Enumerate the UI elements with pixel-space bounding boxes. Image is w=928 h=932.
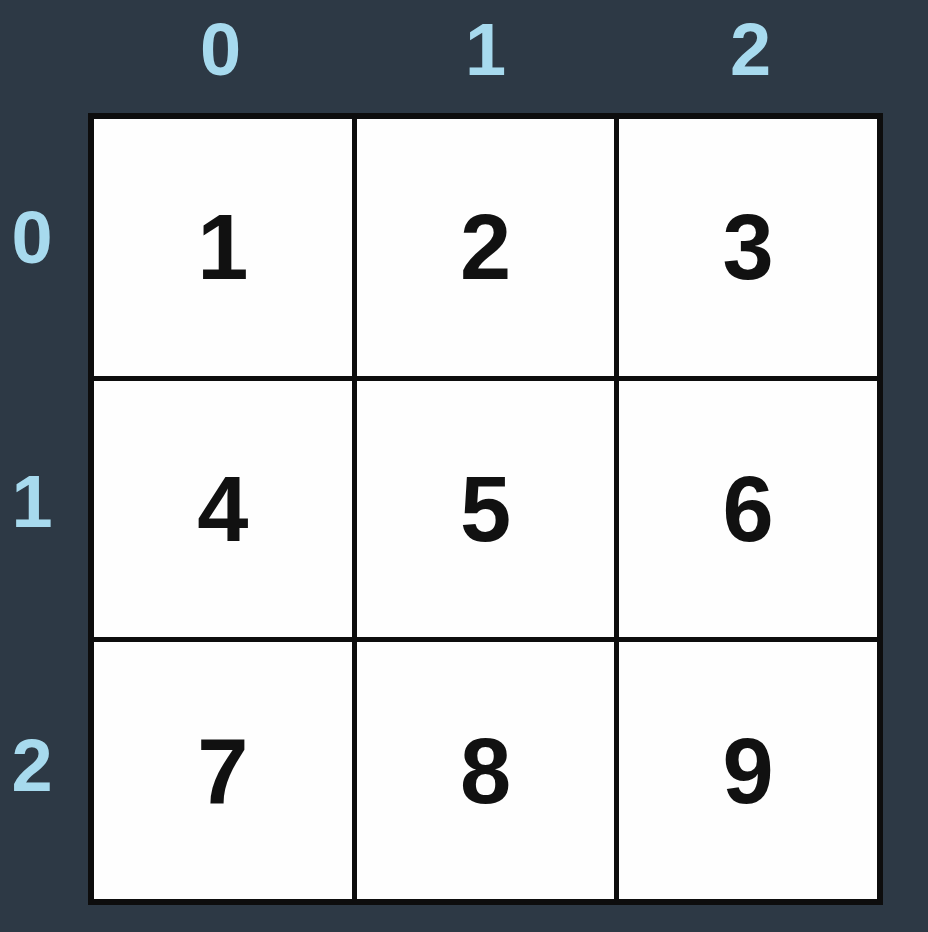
grid-board: 1 2 3 4 5 6 7 8 9 [88, 113, 883, 905]
cell-r1-c2: 6 [619, 381, 877, 638]
cell-r2-c2: 9 [619, 642, 877, 899]
cell-value: 7 [197, 725, 248, 817]
cell-r2-c1: 8 [357, 642, 615, 899]
cell-r0-c2: 3 [619, 119, 877, 376]
cell-value: 1 [197, 201, 248, 293]
cell-value: 3 [723, 201, 774, 293]
page-background: 0 1 2 0 1 2 1 2 3 4 5 6 7 8 9 [0, 0, 928, 932]
cell-value: 9 [723, 725, 774, 817]
cell-r0-c0: 1 [94, 119, 352, 376]
column-label-0: 0 [88, 8, 353, 92]
cell-value: 5 [460, 463, 511, 555]
cell-r1-c1: 5 [357, 381, 615, 638]
column-labels: 0 1 2 [88, 8, 883, 92]
cell-value: 2 [460, 201, 511, 293]
cell-value: 8 [460, 725, 511, 817]
row-label-1: 1 [0, 377, 64, 641]
row-label-0: 0 [0, 113, 64, 377]
cell-r2-c0: 7 [94, 642, 352, 899]
cell-r0-c1: 2 [357, 119, 615, 376]
column-label-2: 2 [618, 8, 883, 92]
cell-r1-c0: 4 [94, 381, 352, 638]
cell-value: 6 [723, 463, 774, 555]
row-labels: 0 1 2 [0, 113, 64, 905]
cell-value: 4 [197, 463, 248, 555]
row-label-2: 2 [0, 641, 64, 905]
column-label-1: 1 [353, 8, 618, 92]
